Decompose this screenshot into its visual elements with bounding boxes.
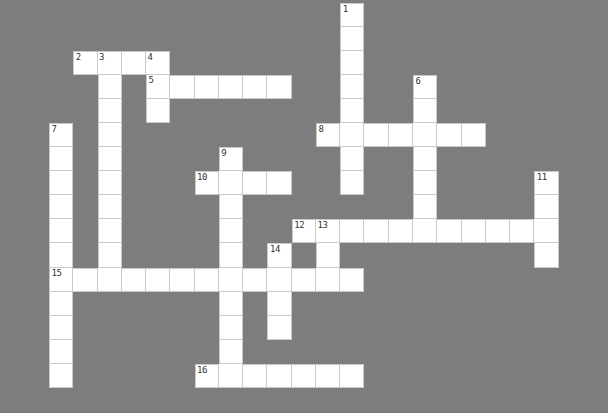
grid-cell[interactable]: 12: [292, 219, 316, 243]
clue-number: 13: [317, 220, 327, 230]
grid-cell[interactable]: 11: [534, 171, 558, 195]
grid-cell[interactable]: [98, 195, 122, 219]
grid-cell[interactable]: 9: [219, 147, 243, 171]
grid-cell[interactable]: [243, 268, 267, 292]
grid-cell[interactable]: [340, 51, 364, 75]
grid-cell[interactable]: [146, 99, 170, 123]
grid-cell[interactable]: [437, 123, 461, 147]
grid-cell[interactable]: [49, 171, 73, 195]
grid-cell[interactable]: [98, 123, 122, 147]
grid-cell[interactable]: [219, 292, 243, 316]
grid-cell[interactable]: [195, 268, 219, 292]
grid-cell[interactable]: [510, 219, 534, 243]
grid-cell[interactable]: [98, 219, 122, 243]
grid-cell[interactable]: [219, 268, 243, 292]
grid-cell[interactable]: [98, 268, 122, 292]
grid-cell[interactable]: [219, 195, 243, 219]
grid-cell[interactable]: [340, 99, 364, 123]
grid-cell[interactable]: [146, 268, 170, 292]
grid-cell[interactable]: [413, 147, 437, 171]
canvas-background: { "game": "crossword", "board": { "rows"…: [0, 0, 608, 413]
grid-cell[interactable]: [267, 268, 291, 292]
grid-cell[interactable]: 4: [146, 51, 170, 75]
grid-cell[interactable]: [49, 147, 73, 171]
grid-cell[interactable]: [340, 171, 364, 195]
grid-cell[interactable]: [340, 268, 364, 292]
grid-cell[interactable]: [49, 364, 73, 388]
grid-cell[interactable]: [413, 171, 437, 195]
grid-cell[interactable]: [267, 292, 291, 316]
grid-cell[interactable]: [98, 75, 122, 99]
grid-cell[interactable]: [219, 340, 243, 364]
grid-cell[interactable]: [340, 364, 364, 388]
grid-cell[interactable]: [534, 243, 558, 267]
clue-number: 2: [76, 52, 81, 62]
clue-number: 9: [221, 148, 226, 158]
grid-cell[interactable]: 7: [49, 123, 73, 147]
grid-cell[interactable]: [364, 123, 388, 147]
grid-cell[interactable]: [267, 75, 291, 99]
grid-cell[interactable]: [98, 243, 122, 267]
grid-cell[interactable]: [219, 364, 243, 388]
grid-cell[interactable]: 3: [98, 51, 122, 75]
grid-cell[interactable]: [267, 171, 291, 195]
grid-cell[interactable]: [364, 219, 388, 243]
grid-cell[interactable]: 8: [316, 123, 340, 147]
grid-cell[interactable]: [49, 292, 73, 316]
grid-cell[interactable]: 16: [195, 364, 219, 388]
grid-cell[interactable]: [122, 268, 146, 292]
grid-cell[interactable]: [98, 171, 122, 195]
clue-number: 7: [52, 124, 57, 134]
grid-cell[interactable]: [267, 316, 291, 340]
grid-cell[interactable]: 1: [340, 3, 364, 27]
grid-cell[interactable]: [49, 219, 73, 243]
grid-cell[interactable]: [219, 316, 243, 340]
clue-number: 10: [197, 172, 207, 182]
clue-number: 8: [318, 124, 323, 134]
grid-cell[interactable]: [413, 219, 437, 243]
grid-cell[interactable]: [534, 195, 558, 219]
grid-cell[interactable]: [98, 99, 122, 123]
grid-cell[interactable]: [340, 219, 364, 243]
grid-cell[interactable]: [340, 27, 364, 51]
grid-cell[interactable]: [267, 364, 291, 388]
grid-cell[interactable]: [49, 340, 73, 364]
grid-cell[interactable]: 2: [73, 51, 97, 75]
clue-number: 3: [99, 52, 104, 62]
grid-cell[interactable]: [292, 364, 316, 388]
grid-cell[interactable]: [195, 75, 219, 99]
clue-number: 5: [149, 75, 154, 85]
grid-cell[interactable]: [413, 99, 437, 123]
grid-cell[interactable]: [389, 123, 413, 147]
grid-cell[interactable]: [534, 219, 558, 243]
grid-cell[interactable]: [340, 147, 364, 171]
grid-cell[interactable]: [413, 123, 437, 147]
grid-cell[interactable]: [73, 268, 97, 292]
crossword-board: 12345678910111213141516: [49, 3, 559, 388]
grid-cell[interactable]: [49, 195, 73, 219]
clue-number: 16: [197, 365, 207, 375]
grid-cell[interactable]: [49, 243, 73, 267]
grid-cell[interactable]: 14: [267, 243, 291, 267]
clue-number: 15: [52, 268, 62, 278]
grid-cell[interactable]: [243, 75, 267, 99]
clue-number: 6: [415, 76, 420, 86]
grid-cell[interactable]: [413, 195, 437, 219]
grid-cell[interactable]: 15: [49, 268, 73, 292]
grid-cell[interactable]: [219, 75, 243, 99]
grid-cell[interactable]: [462, 219, 486, 243]
grid-cell[interactable]: [486, 219, 510, 243]
grid-cell[interactable]: [437, 219, 461, 243]
clue-number: 12: [294, 220, 304, 230]
grid-cell[interactable]: [219, 171, 243, 195]
grid-cell[interactable]: [122, 51, 146, 75]
grid-cell[interactable]: [462, 123, 486, 147]
grid-cell[interactable]: [219, 243, 243, 267]
grid-cell[interactable]: [292, 268, 316, 292]
clue-number: 11: [537, 172, 547, 182]
grid-cell[interactable]: [170, 268, 194, 292]
grid-cell[interactable]: [170, 75, 194, 99]
grid-cell[interactable]: [389, 219, 413, 243]
grid-cell[interactable]: [243, 171, 267, 195]
clue-number: 4: [148, 52, 153, 62]
grid-cell[interactable]: [243, 364, 267, 388]
grid-cell[interactable]: [340, 75, 364, 99]
clue-number: 1: [343, 4, 348, 14]
grid-cell[interactable]: [98, 147, 122, 171]
clue-number: 14: [270, 244, 280, 254]
grid-cell[interactable]: [219, 219, 243, 243]
grid-cell[interactable]: 6: [413, 75, 437, 99]
grid-cell[interactable]: [316, 364, 340, 388]
grid-cell[interactable]: [316, 268, 340, 292]
grid-cell[interactable]: [316, 243, 340, 267]
grid-cell[interactable]: [340, 123, 364, 147]
grid-cell[interactable]: [49, 316, 73, 340]
grid-cell[interactable]: 13: [316, 219, 340, 243]
grid-cell[interactable]: 10: [195, 171, 219, 195]
grid-cell[interactable]: 5: [146, 75, 170, 99]
